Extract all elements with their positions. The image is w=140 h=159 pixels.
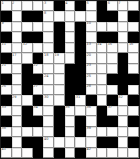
white-cell-r12c7[interactable] [65, 116, 76, 126]
white-cell-r2c12[interactable] [118, 11, 129, 21]
white-cell-r15c5[interactable] [43, 148, 54, 158]
white-cell-r3c3[interactable] [22, 22, 33, 32]
white-cell-r2c8[interactable] [75, 11, 86, 21]
clue-number: 11 [2, 42, 6, 46]
white-cell-r8c2[interactable] [12, 74, 23, 84]
white-cell-r1c2[interactable]: 2 [12, 1, 23, 11]
white-cell-r6c11[interactable] [107, 53, 118, 63]
black-cell-r15c6 [54, 148, 65, 158]
white-cell-r13c5[interactable] [43, 127, 54, 137]
black-cell-r12c4 [33, 116, 44, 126]
white-cell-r13c12[interactable] [118, 127, 129, 137]
white-cell-r5c12[interactable] [118, 43, 129, 53]
white-cell-r11c11[interactable]: 37 [107, 106, 118, 116]
crossword-grid: 1234567891011121314151617181920212223242… [0, 0, 140, 159]
black-cell-r4c1 [1, 32, 12, 42]
clue-number: 38 [2, 126, 6, 130]
white-cell-r3c9[interactable]: 10 [86, 22, 97, 32]
white-cell-r4c2[interactable] [12, 32, 23, 42]
white-cell-r13c7[interactable] [65, 127, 76, 137]
black-cell-r3c6 [54, 22, 65, 32]
black-cell-r7c12 [118, 64, 129, 74]
clue-number: 42 [86, 147, 90, 151]
white-cell-r11c2[interactable] [12, 106, 23, 116]
clue-number: 21 [2, 63, 6, 67]
black-cell-r6c12 [118, 53, 129, 63]
black-cell-r14c10 [97, 137, 108, 147]
clue-number: 4 [65, 1, 67, 5]
white-cell-r9c13[interactable] [128, 85, 139, 95]
black-cell-r10c4 [33, 95, 44, 105]
black-cell-r2c13 [128, 11, 139, 21]
clue-number: 32 [118, 95, 122, 99]
black-cell-r4c6 [54, 32, 65, 42]
white-cell-r6c7[interactable] [65, 53, 76, 63]
clue-number: 39 [86, 126, 90, 130]
white-cell-r12c5[interactable] [43, 116, 54, 126]
white-cell-r1c7[interactable]: 4 [65, 1, 76, 11]
black-cell-r11c6 [54, 106, 65, 116]
white-cell-r13c3[interactable] [22, 127, 33, 137]
white-cell-r9c5[interactable] [43, 85, 54, 95]
clue-number: 27 [33, 84, 37, 88]
white-cell-r2c9[interactable] [86, 11, 97, 21]
black-cell-r9c8 [75, 85, 86, 95]
white-cell-r13c1[interactable]: 38 [1, 127, 12, 137]
white-cell-r5c10[interactable]: 14 [97, 43, 108, 53]
white-cell-r7c10[interactable] [97, 64, 108, 74]
clue-number: 17 [12, 53, 16, 57]
white-cell-r13c13[interactable] [128, 127, 139, 137]
white-cell-r11c4[interactable]: 34 [33, 106, 44, 116]
black-cell-r2c1 [1, 11, 12, 21]
clue-number: 23 [86, 63, 90, 67]
white-cell-r15c9[interactable]: 42 [86, 148, 97, 158]
white-cell-r11c7[interactable]: 35 [65, 106, 76, 116]
black-cell-r2c10 [97, 11, 108, 21]
black-cell-r4c10 [97, 32, 108, 42]
white-cell-r14c2[interactable] [12, 137, 23, 147]
black-cell-r8c12 [118, 74, 129, 84]
white-cell-r6c5[interactable]: 18 [43, 53, 54, 63]
black-cell-r4c13 [128, 32, 139, 42]
white-cell-r15c1[interactable]: 41 [1, 148, 12, 158]
clue-number: 37 [108, 105, 112, 109]
black-cell-r8c8 [75, 74, 86, 84]
white-cell-r14c8[interactable] [75, 137, 86, 147]
white-cell-r5c2[interactable] [12, 43, 23, 53]
white-cell-r2c5[interactable]: 8 [43, 11, 54, 21]
black-cell-r6c4 [33, 53, 44, 63]
white-cell-r10c10[interactable] [97, 95, 108, 105]
clue-number: 16 [129, 42, 133, 46]
white-cell-r1c1[interactable]: 1 [1, 1, 12, 11]
clue-number: 22 [33, 63, 37, 67]
white-cell-r15c13[interactable] [128, 148, 139, 158]
clue-number: 31 [76, 95, 80, 99]
clue-number: 25 [86, 74, 90, 78]
white-cell-r8c5[interactable]: 24 [43, 74, 54, 84]
black-cell-r4c3 [22, 32, 33, 42]
white-cell-r6c3[interactable] [22, 53, 33, 63]
white-cell-r1c4[interactable] [33, 1, 44, 11]
black-cell-r10c9 [86, 95, 97, 105]
black-cell-r5c8 [75, 43, 86, 53]
white-cell-r15c7[interactable] [65, 148, 76, 158]
black-cell-r12c11 [107, 116, 118, 126]
black-cell-r2c11 [107, 11, 118, 21]
white-cell-r13c2[interactable] [12, 127, 23, 137]
white-cell-r11c12[interactable] [118, 106, 129, 116]
clue-number: 2 [12, 1, 14, 5]
clue-number: 41 [2, 147, 6, 151]
clue-number: 30 [44, 95, 48, 99]
black-cell-r9c3 [22, 85, 33, 95]
white-cell-r3c10[interactable] [97, 22, 108, 32]
clue-number: 19 [55, 53, 59, 57]
white-cell-r5c4[interactable] [33, 43, 44, 53]
black-cell-r11c10 [97, 106, 108, 116]
white-cell-r13c11[interactable] [107, 127, 118, 137]
clue-number: 5 [86, 1, 88, 5]
black-cell-r14c11 [107, 137, 118, 147]
white-cell-r8c10[interactable] [97, 74, 108, 84]
clue-number: 34 [33, 105, 37, 109]
black-cell-r10c1 [1, 95, 12, 105]
white-cell-r6c6[interactable]: 19 [54, 53, 65, 63]
white-cell-r3c13[interactable] [128, 22, 139, 32]
white-cell-r11c1[interactable]: 33 [1, 106, 12, 116]
clue-number: 29 [12, 95, 16, 99]
black-cell-r8c7 [65, 74, 76, 84]
clue-number: 13 [86, 42, 90, 46]
black-cell-r7c3 [22, 64, 33, 74]
white-cell-r2c2[interactable] [12, 11, 23, 21]
white-cell-r2c6[interactable] [54, 11, 65, 21]
white-cell-r5c7[interactable] [65, 43, 76, 53]
white-cell-r3c12[interactable] [118, 22, 129, 32]
white-cell-r9c4[interactable]: 27 [33, 85, 44, 95]
white-cell-r7c13[interactable] [128, 64, 139, 74]
black-cell-r1c10 [97, 1, 108, 11]
white-cell-r15c10[interactable] [97, 148, 108, 158]
white-cell-r2c7[interactable] [65, 11, 76, 21]
white-cell-r15c3[interactable] [22, 148, 33, 158]
white-cell-r1c3[interactable] [22, 1, 33, 11]
white-cell-r1c9[interactable]: 5 [86, 1, 97, 11]
white-cell-r3c1[interactable]: 9 [1, 22, 12, 32]
white-cell-r3c5[interactable] [43, 22, 54, 32]
clue-number: 26 [2, 84, 6, 88]
clue-number: 3 [44, 1, 46, 5]
black-cell-r10c11 [107, 95, 118, 105]
white-cell-r3c7[interactable] [65, 22, 76, 32]
clue-number: 1 [2, 1, 4, 5]
clue-number: 18 [44, 53, 48, 57]
clue-number: 10 [86, 21, 90, 25]
white-cell-r9c9[interactable]: 28 [86, 85, 97, 95]
white-cell-r8c6[interactable] [54, 74, 65, 84]
clue-number: 24 [44, 74, 48, 78]
white-cell-r10c8[interactable]: 31 [75, 95, 86, 105]
black-cell-r12c13 [128, 116, 139, 126]
black-cell-r13c8 [75, 127, 86, 137]
white-cell-r3c2[interactable] [12, 22, 23, 32]
white-cell-r7c9[interactable]: 23 [86, 64, 97, 74]
white-cell-r3c11[interactable] [107, 22, 118, 32]
black-cell-r11c3 [22, 106, 33, 116]
white-cell-r6c10[interactable] [97, 53, 108, 63]
white-cell-r7c1[interactable]: 21 [1, 64, 12, 74]
black-cell-r3c8 [75, 22, 86, 32]
clue-number: 7 [118, 1, 120, 5]
white-cell-r4c5[interactable] [43, 32, 54, 42]
black-cell-r6c1 [1, 53, 12, 63]
white-cell-r1c12[interactable]: 7 [118, 1, 129, 11]
black-cell-r12c10 [97, 116, 108, 126]
white-cell-r5c13[interactable]: 16 [128, 43, 139, 53]
white-cell-r13c10[interactable] [97, 127, 108, 137]
white-cell-r9c1[interactable]: 26 [1, 85, 12, 95]
white-cell-r11c13[interactable] [128, 106, 139, 116]
black-cell-r8c13 [128, 74, 139, 84]
white-cell-r12c12[interactable] [118, 116, 129, 126]
white-cell-r7c4[interactable]: 22 [33, 64, 44, 74]
white-cell-r10c2[interactable]: 29 [12, 95, 23, 105]
clue-number: 14 [97, 42, 101, 46]
white-cell-r7c6[interactable] [54, 64, 65, 74]
black-cell-r2c4 [33, 11, 44, 21]
white-cell-r1c11[interactable]: 6 [107, 1, 118, 11]
white-cell-r5c9[interactable]: 13 [86, 43, 97, 53]
white-cell-r15c12[interactable] [118, 148, 129, 158]
clue-number: 35 [65, 105, 69, 109]
white-cell-r10c6[interactable] [54, 95, 65, 105]
white-cell-r11c5[interactable] [43, 106, 54, 116]
white-cell-r12c2[interactable] [12, 116, 23, 126]
white-cell-r7c11[interactable] [107, 64, 118, 74]
white-cell-r9c2[interactable] [12, 85, 23, 95]
white-cell-r14c5[interactable]: 40 [43, 137, 54, 147]
white-cell-r14c7[interactable] [65, 137, 76, 147]
white-cell-r5c1[interactable]: 11 [1, 43, 12, 53]
white-cell-r3c4[interactable] [33, 22, 44, 32]
clue-number: 36 [86, 105, 90, 109]
white-cell-r10c5[interactable]: 30 [43, 95, 54, 105]
white-cell-r6c9[interactable]: 20 [86, 53, 97, 63]
black-cell-r14c4 [33, 137, 44, 147]
black-cell-r1c6 [54, 1, 65, 11]
black-cell-r14c1 [1, 137, 12, 147]
white-cell-r5c3[interactable]: 12 [22, 43, 33, 53]
black-cell-r10c7 [65, 95, 76, 105]
black-cell-r4c11 [107, 32, 118, 42]
clue-number: 15 [108, 42, 112, 46]
black-cell-r12c1 [1, 116, 12, 126]
clue-number: 8 [44, 11, 46, 15]
black-cell-r4c8 [75, 32, 86, 42]
white-cell-r9c11[interactable] [107, 85, 118, 95]
white-cell-r15c11[interactable] [107, 148, 118, 158]
white-cell-r9c6[interactable] [54, 85, 65, 95]
white-cell-r5c5[interactable] [43, 43, 54, 53]
white-cell-r11c8[interactable] [75, 106, 86, 116]
black-cell-r15c8 [75, 148, 86, 158]
clue-number: 33 [2, 105, 6, 109]
black-cell-r12c8 [75, 116, 86, 126]
white-cell-r6c13[interactable] [128, 53, 139, 63]
white-cell-r4c12[interactable] [118, 32, 129, 42]
black-cell-r15c4 [33, 148, 44, 158]
white-cell-r9c10[interactable] [97, 85, 108, 95]
clue-number: 40 [44, 137, 48, 141]
white-cell-r13c4[interactable] [33, 127, 44, 137]
black-cell-r13c6 [54, 127, 65, 137]
black-cell-r14c13 [128, 137, 139, 147]
clue-number: 6 [108, 1, 110, 5]
white-cell-r14c6[interactable] [54, 137, 65, 147]
black-cell-r6c8 [75, 53, 86, 63]
black-cell-r12c3 [22, 116, 33, 126]
white-cell-r10c3[interactable] [22, 95, 33, 105]
white-cell-r13c9[interactable]: 39 [86, 127, 97, 137]
black-cell-r10c13 [128, 95, 139, 105]
white-cell-r5c11[interactable]: 15 [107, 43, 118, 53]
white-cell-r14c12[interactable] [118, 137, 129, 147]
black-cell-r1c8 [75, 1, 86, 11]
black-cell-r9c7 [65, 85, 76, 95]
clue-number: 9 [2, 21, 4, 25]
clue-number: 28 [86, 84, 90, 88]
white-cell-r1c13[interactable] [128, 1, 139, 11]
clue-number: 12 [23, 42, 27, 46]
white-cell-r6c2[interactable]: 17 [12, 53, 23, 63]
black-cell-r2c3 [22, 11, 33, 21]
black-cell-r9c12 [118, 85, 129, 95]
clue-number: 20 [86, 53, 90, 57]
black-cell-r5c6 [54, 43, 65, 53]
black-cell-r7c8 [75, 64, 86, 74]
white-cell-r14c9[interactable] [86, 137, 97, 147]
black-cell-r8c11 [107, 74, 118, 84]
white-cell-r4c7[interactable] [65, 32, 76, 42]
black-cell-r14c3 [22, 137, 33, 147]
white-cell-r8c9[interactable]: 25 [86, 74, 97, 84]
white-cell-r12c9[interactable] [86, 116, 97, 126]
black-cell-r12c6 [54, 116, 65, 126]
black-cell-r7c7 [65, 64, 76, 74]
white-cell-r15c2[interactable] [12, 148, 23, 158]
black-cell-r8c3 [22, 74, 33, 84]
black-cell-r4c4 [33, 32, 44, 42]
white-cell-r10c12[interactable]: 32 [118, 95, 129, 105]
white-cell-r7c5[interactable] [43, 64, 54, 74]
white-cell-r11c9[interactable]: 36 [86, 106, 97, 116]
black-cell-r8c1 [1, 74, 12, 84]
white-cell-r7c2[interactable] [12, 64, 23, 74]
black-cell-r8c4 [33, 74, 44, 84]
white-cell-r1c5[interactable]: 3 [43, 1, 54, 11]
white-cell-r4c9[interactable] [86, 32, 97, 42]
